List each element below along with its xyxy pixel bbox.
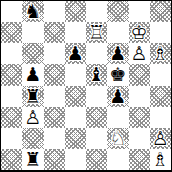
square-e8[interactable] bbox=[86, 1, 107, 22]
square-a6[interactable] bbox=[1, 43, 22, 64]
square-e2[interactable] bbox=[86, 128, 107, 149]
white-pawn-piece: ♙ bbox=[150, 128, 171, 149]
square-c8[interactable] bbox=[44, 1, 65, 22]
square-a8[interactable] bbox=[1, 1, 22, 22]
black-knight-silhouette: ♞ bbox=[22, 1, 43, 22]
white-pawn-silhouette: ♟ bbox=[22, 107, 43, 128]
black-pawn-piece: ♟ bbox=[107, 86, 128, 107]
square-f4[interactable]: ♟♟ bbox=[107, 86, 128, 107]
white-bishop-silhouette: ♝ bbox=[150, 43, 171, 64]
square-a7[interactable] bbox=[1, 22, 22, 43]
square-d4[interactable] bbox=[65, 86, 86, 107]
white-king-silhouette: ♚ bbox=[129, 22, 150, 43]
square-f3[interactable] bbox=[107, 107, 128, 128]
square-b1[interactable]: ♜♜ bbox=[22, 149, 43, 170]
white-bishop-piece: ♗ bbox=[150, 149, 171, 170]
white-knight-silhouette: ♞ bbox=[107, 128, 128, 149]
square-h2[interactable]: ♟♙ bbox=[150, 128, 171, 149]
square-h8[interactable] bbox=[150, 1, 171, 22]
white-knight-piece: ♘ bbox=[107, 128, 128, 149]
square-b4[interactable]: ♜♜ bbox=[22, 86, 43, 107]
square-a4[interactable] bbox=[1, 86, 22, 107]
square-b5[interactable]: ♟♟ bbox=[22, 64, 43, 85]
black-king-silhouette: ♚ bbox=[107, 64, 128, 85]
square-e3[interactable] bbox=[86, 107, 107, 128]
white-pawn-piece: ♙ bbox=[129, 43, 150, 64]
black-pawn-piece: ♟ bbox=[65, 43, 86, 64]
white-pawn-silhouette: ♟ bbox=[129, 43, 150, 64]
square-d3[interactable] bbox=[65, 107, 86, 128]
square-e6[interactable] bbox=[86, 43, 107, 64]
black-pawn-piece: ♟ bbox=[107, 43, 128, 64]
square-b2[interactable] bbox=[22, 128, 43, 149]
white-pawn-silhouette: ♟ bbox=[150, 128, 171, 149]
square-d8[interactable] bbox=[65, 1, 86, 22]
square-e5[interactable]: ♝♝ bbox=[86, 64, 107, 85]
square-d7[interactable] bbox=[65, 22, 86, 43]
square-b8[interactable]: ♞♞ bbox=[22, 1, 43, 22]
square-g5[interactable] bbox=[129, 64, 150, 85]
square-f6[interactable]: ♟♟ bbox=[107, 43, 128, 64]
white-bishop-silhouette: ♝ bbox=[150, 149, 171, 170]
black-rook-silhouette: ♜ bbox=[22, 149, 43, 170]
square-c4[interactable] bbox=[44, 86, 65, 107]
square-b7[interactable] bbox=[22, 22, 43, 43]
black-knight-piece: ♞ bbox=[22, 1, 43, 22]
square-c5[interactable] bbox=[44, 64, 65, 85]
black-king-piece: ♚ bbox=[107, 64, 128, 85]
black-pawn-silhouette: ♟ bbox=[107, 86, 128, 107]
square-g4[interactable] bbox=[129, 86, 150, 107]
square-d1[interactable] bbox=[65, 149, 86, 170]
square-f2[interactable]: ♞♘ bbox=[107, 128, 128, 149]
black-pawn-silhouette: ♟ bbox=[65, 43, 86, 64]
white-king-piece: ♔ bbox=[129, 22, 150, 43]
square-f1[interactable] bbox=[107, 149, 128, 170]
square-c1[interactable] bbox=[44, 149, 65, 170]
square-g1[interactable] bbox=[129, 149, 150, 170]
square-b3[interactable]: ♟♙ bbox=[22, 107, 43, 128]
white-rook-silhouette: ♜ bbox=[86, 22, 107, 43]
square-c3[interactable] bbox=[44, 107, 65, 128]
black-bishop-piece: ♝ bbox=[86, 64, 107, 85]
square-e7[interactable]: ♜♖ bbox=[86, 22, 107, 43]
white-rook-piece: ♖ bbox=[86, 22, 107, 43]
square-e4[interactable] bbox=[86, 86, 107, 107]
square-c6[interactable] bbox=[44, 43, 65, 64]
square-b6[interactable] bbox=[22, 43, 43, 64]
square-d2[interactable] bbox=[65, 128, 86, 149]
square-g3[interactable] bbox=[129, 107, 150, 128]
square-d5[interactable] bbox=[65, 64, 86, 85]
white-bishop-piece: ♗ bbox=[150, 43, 171, 64]
square-f8[interactable] bbox=[107, 1, 128, 22]
square-c7[interactable] bbox=[44, 22, 65, 43]
white-pawn-piece: ♙ bbox=[22, 107, 43, 128]
square-h7[interactable] bbox=[150, 22, 171, 43]
square-d6[interactable]: ♟♟ bbox=[65, 43, 86, 64]
square-f7[interactable] bbox=[107, 22, 128, 43]
square-g8[interactable] bbox=[129, 1, 150, 22]
square-a3[interactable] bbox=[1, 107, 22, 128]
square-e1[interactable] bbox=[86, 149, 107, 170]
square-h4[interactable] bbox=[150, 86, 171, 107]
square-g2[interactable] bbox=[129, 128, 150, 149]
square-g6[interactable]: ♟♙ bbox=[129, 43, 150, 64]
black-pawn-piece: ♟ bbox=[22, 64, 43, 85]
square-h1[interactable]: ♝♗ bbox=[150, 149, 171, 170]
square-h6[interactable]: ♝♗ bbox=[150, 43, 171, 64]
black-rook-piece: ♜ bbox=[22, 149, 43, 170]
black-pawn-silhouette: ♟ bbox=[107, 43, 128, 64]
square-a5[interactable] bbox=[1, 64, 22, 85]
square-a2[interactable] bbox=[1, 128, 22, 149]
black-rook-silhouette: ♜ bbox=[22, 86, 43, 107]
square-h3[interactable] bbox=[150, 107, 171, 128]
black-bishop-silhouette: ♝ bbox=[86, 64, 107, 85]
square-g7[interactable]: ♚♔ bbox=[129, 22, 150, 43]
square-c2[interactable] bbox=[44, 128, 65, 149]
square-h5[interactable] bbox=[150, 64, 171, 85]
square-a1[interactable] bbox=[1, 149, 22, 170]
chess-board: ♞♞♜♖♚♔♟♟♟♟♟♙♝♗♟♟♝♝♚♚♜♜♟♟♟♙♞♘♟♙♜♜♝♗ bbox=[0, 0, 172, 172]
black-rook-piece: ♜ bbox=[22, 86, 43, 107]
square-f5[interactable]: ♚♚ bbox=[107, 64, 128, 85]
black-pawn-silhouette: ♟ bbox=[22, 64, 43, 85]
